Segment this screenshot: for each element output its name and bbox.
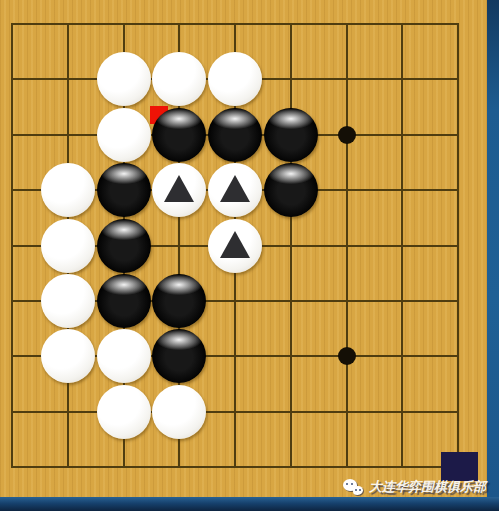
black-stone: [264, 108, 318, 162]
black-stone: [264, 163, 318, 217]
triangle-mark: [220, 175, 250, 202]
star-point: [338, 126, 356, 144]
white-stone: [41, 163, 95, 217]
page-background-right: [487, 0, 499, 497]
white-stone: [97, 52, 151, 106]
white-stone: [152, 52, 206, 106]
wechat-icon: [343, 479, 364, 496]
white-stone: [152, 163, 206, 217]
white-stone: [152, 385, 206, 439]
black-stone: [152, 329, 206, 383]
white-stone: [97, 385, 151, 439]
white-stone: [97, 108, 151, 162]
watermark-text: 大连华弈围棋俱乐部: [369, 478, 486, 496]
grid-line-horizontal: [11, 466, 459, 468]
watermark: 大连华弈围棋俱乐部: [343, 478, 486, 496]
black-stone: [152, 274, 206, 328]
grid-line-horizontal: [11, 23, 459, 25]
black-stone: [97, 163, 151, 217]
go-board: [0, 0, 487, 497]
black-stone: [152, 108, 206, 162]
star-point: [338, 347, 356, 365]
white-stone: [41, 219, 95, 273]
black-stone: [208, 108, 262, 162]
go-diagram: 大连华弈围棋俱乐部: [0, 0, 499, 511]
white-stone: [97, 329, 151, 383]
dark-navy-square: [441, 452, 478, 481]
grid-line-horizontal: [11, 411, 459, 413]
triangle-mark: [164, 175, 194, 202]
black-stone: [97, 219, 151, 273]
white-stone: [208, 219, 262, 273]
white-stone: [41, 274, 95, 328]
black-stone: [97, 274, 151, 328]
white-stone: [41, 329, 95, 383]
triangle-mark: [220, 231, 250, 258]
page-background-bottom: [0, 497, 499, 511]
white-stone: [208, 52, 262, 106]
white-stone: [208, 163, 262, 217]
